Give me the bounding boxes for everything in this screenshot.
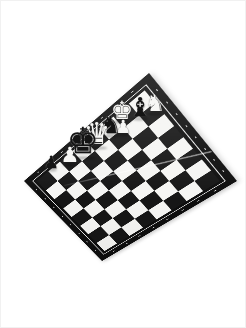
chess-piece-black-pawn: ♟: [43, 154, 58, 171]
product-photo-canvas: ♟♟♚♛♞♟♚♝♞: [0, 0, 246, 328]
pieces-layer: ♟♟♚♛♞♟♚♝♞: [1, 1, 245, 327]
chess-piece-white-pawn: ♟: [61, 145, 80, 166]
